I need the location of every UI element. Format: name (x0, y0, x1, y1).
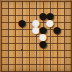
go-board[interactable]: ●●●●●●●●●● (0, 0, 72, 72)
stones-layer: ●●●●●●●●●● (0, 0, 72, 72)
black-stone[interactable]: ● (40, 40, 47, 47)
star-point (19, 47, 26, 54)
black-stone[interactable]: ● (54, 26, 61, 33)
black-stone[interactable]: ● (19, 19, 26, 26)
